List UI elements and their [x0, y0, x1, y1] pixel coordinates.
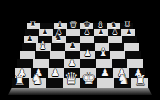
board-base — [8, 88, 152, 95]
black-pawn-f7[interactable]: ♟ — [98, 29, 104, 35]
square-e6[interactable] — [80, 36, 94, 43]
white-knight-g1[interactable]: ♞ — [117, 73, 129, 87]
square-a5[interactable] — [22, 43, 37, 51]
black-queen-d8[interactable]: ♛ — [69, 20, 77, 28]
black-pawn-d5[interactable]: ♟ — [69, 42, 76, 50]
white-rook-a1[interactable]: ♜ — [14, 74, 26, 87]
white-pawn-e4[interactable]: ♟ — [84, 49, 92, 58]
square-g4[interactable] — [110, 51, 125, 59]
black-pawn-a6[interactable]: ♟ — [26, 35, 32, 42]
chess-scene: ♜♝♛♚♝♞♜♟♟♟♟♟♟♟♞♝♟♟♝♟♟♟♟♟♟♟♜♞♛♚♞♜ — [0, 0, 160, 100]
square-d7[interactable] — [66, 29, 80, 36]
black-pawn-h7[interactable]: ♟ — [126, 29, 132, 35]
square-a4[interactable] — [20, 51, 35, 59]
black-rook-a8[interactable]: ♜ — [30, 21, 36, 28]
square-f1[interactable] — [97, 78, 114, 88]
black-pawn-e7[interactable]: ♟ — [84, 29, 90, 35]
white-knight-b1[interactable]: ♞ — [31, 73, 43, 87]
square-h6[interactable] — [122, 36, 136, 43]
square-f6[interactable] — [94, 36, 108, 43]
black-pawn-b7[interactable]: ♟ — [42, 29, 48, 35]
rank-row-4 — [20, 51, 141, 59]
white-king-e1[interactable]: ♚ — [81, 71, 96, 87]
square-g6[interactable] — [108, 36, 122, 43]
white-bishop-b5[interactable]: ♝ — [38, 40, 47, 51]
square-h4[interactable] — [125, 51, 140, 59]
white-queen-d1[interactable]: ♛ — [64, 71, 79, 87]
white-rook-h1[interactable]: ♜ — [134, 74, 146, 87]
square-e3[interactable] — [80, 59, 96, 68]
white-pawn-f2[interactable]: ♟ — [100, 67, 109, 77]
white-pawn-c2[interactable]: ♟ — [50, 67, 59, 77]
square-h5[interactable] — [124, 43, 139, 51]
square-b4[interactable] — [35, 51, 50, 59]
white-pawn-d3[interactable]: ♟ — [68, 58, 77, 68]
square-c1[interactable] — [46, 78, 63, 88]
square-c4[interactable] — [50, 51, 65, 59]
white-bishop-f4[interactable]: ♝ — [98, 47, 108, 59]
square-c5[interactable] — [51, 43, 66, 51]
black-knight-c6[interactable]: ♞ — [54, 33, 62, 42]
square-g5[interactable] — [109, 43, 124, 51]
black-pawn-g7[interactable]: ♟ — [112, 29, 118, 35]
